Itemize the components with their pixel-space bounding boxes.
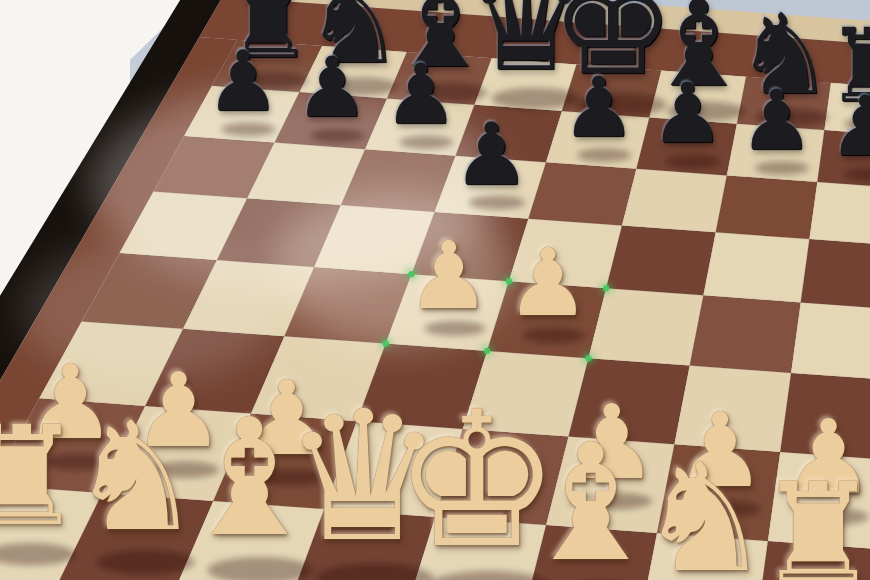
piece-white-pawn-d4[interactable]: ♟: [407, 229, 491, 322]
square-f5[interactable]: [606, 226, 716, 296]
piece-black-pawn-e7[interactable]: ♟: [561, 67, 635, 150]
square-g6[interactable]: [716, 175, 818, 239]
piece-black-pawn-c7[interactable]: ♟: [384, 54, 458, 137]
led-dot: [585, 355, 591, 361]
led-dot: [484, 348, 490, 354]
led-dot: [603, 285, 609, 291]
square-h4[interactable]: [791, 302, 870, 380]
square-g4[interactable]: [690, 295, 801, 373]
piece-black-pawn-d6[interactable]: ♟: [453, 111, 530, 197]
led-dot: [383, 340, 389, 346]
piece-black-pawn-a7[interactable]: ♟: [206, 41, 280, 124]
square-g5[interactable]: [703, 232, 809, 302]
square-h5[interactable]: [801, 239, 870, 309]
square-f4[interactable]: [588, 288, 703, 365]
piece-black-pawn-h7[interactable]: ♟: [828, 86, 870, 169]
piece-black-pawn-f7[interactable]: ♟: [650, 73, 724, 156]
square-h6[interactable]: [809, 182, 870, 246]
square-f6[interactable]: [622, 169, 727, 233]
square-e6[interactable]: [528, 162, 636, 225]
chess-photo-scene: ♜♞♝♛♚♝♞♜♟♟♟♟♟♟♟♟♟♟♟♟♟♟♟♟♜♞♝♛♚♝♞♜: [0, 0, 870, 580]
piece-white-knight-g1[interactable]: ♞: [637, 443, 772, 580]
piece-black-pawn-g7[interactable]: ♟: [739, 80, 813, 163]
piece-white-pawn-e4[interactable]: ♟: [506, 236, 590, 329]
piece-white-rook-h1[interactable]: ♜: [756, 465, 870, 580]
piece-black-pawn-b7[interactable]: ♟: [295, 47, 369, 130]
